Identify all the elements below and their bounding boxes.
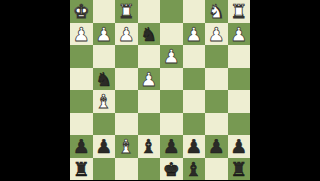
square-h3[interactable] <box>70 45 93 68</box>
square-e4[interactable]: ♟ <box>138 68 161 91</box>
square-d1[interactable] <box>160 0 183 23</box>
square-h1[interactable]: ♚ <box>70 0 93 23</box>
square-h7[interactable]: ♟ <box>70 135 93 158</box>
square-b1[interactable]: ♞ <box>205 0 228 23</box>
square-a6[interactable] <box>228 113 251 136</box>
piece-white-rook[interactable]: ♜ <box>118 0 135 22</box>
square-b3[interactable] <box>205 45 228 68</box>
square-d4[interactable] <box>160 68 183 91</box>
square-f6[interactable] <box>115 113 138 136</box>
piece-white-pawn[interactable]: ♟ <box>73 23 90 45</box>
square-a8[interactable]: ♜ <box>228 158 251 181</box>
square-a3[interactable] <box>228 45 251 68</box>
piece-black-pawn[interactable]: ♟ <box>208 135 225 157</box>
square-h5[interactable] <box>70 90 93 113</box>
square-e5[interactable] <box>138 90 161 113</box>
piece-white-pawn[interactable]: ♟ <box>163 45 180 67</box>
square-b7[interactable]: ♟ <box>205 135 228 158</box>
piece-black-bishop[interactable]: ♝ <box>140 135 157 157</box>
piece-white-pawn[interactable]: ♟ <box>185 23 202 45</box>
square-e1[interactable] <box>138 0 161 23</box>
square-c5[interactable] <box>183 90 206 113</box>
letterbox-right <box>250 0 320 180</box>
square-e7[interactable]: ♝ <box>138 135 161 158</box>
chess-board: ♚♜♞♜♟♟♟♞♟♟♟♟♞♟♝♟♟♝♝♟♟♟♟♜♚♝♜ <box>70 0 250 180</box>
square-h8[interactable]: ♜ <box>70 158 93 181</box>
square-f7[interactable]: ♝ <box>115 135 138 158</box>
square-g7[interactable]: ♟ <box>93 135 116 158</box>
square-e8[interactable] <box>138 158 161 181</box>
piece-black-rook[interactable]: ♜ <box>230 158 247 180</box>
piece-black-pawn[interactable]: ♟ <box>185 135 202 157</box>
piece-black-pawn[interactable]: ♟ <box>230 135 247 157</box>
square-f2[interactable]: ♟ <box>115 23 138 46</box>
square-h4[interactable] <box>70 68 93 91</box>
square-d7[interactable]: ♟ <box>160 135 183 158</box>
square-c3[interactable] <box>183 45 206 68</box>
piece-black-pawn[interactable]: ♟ <box>95 135 112 157</box>
square-a1[interactable]: ♜ <box>228 0 251 23</box>
piece-white-pawn[interactable]: ♟ <box>208 23 225 45</box>
square-f5[interactable] <box>115 90 138 113</box>
square-a7[interactable]: ♟ <box>228 135 251 158</box>
square-a4[interactable] <box>228 68 251 91</box>
square-c8[interactable]: ♝ <box>183 158 206 181</box>
square-g8[interactable] <box>93 158 116 181</box>
piece-black-rook[interactable]: ♜ <box>73 158 90 180</box>
piece-black-pawn[interactable]: ♟ <box>163 135 180 157</box>
piece-white-king[interactable]: ♚ <box>73 0 90 22</box>
square-b2[interactable]: ♟ <box>205 23 228 46</box>
square-b5[interactable] <box>205 90 228 113</box>
piece-white-pawn[interactable]: ♟ <box>118 23 135 45</box>
piece-black-knight[interactable]: ♞ <box>95 68 112 90</box>
square-c4[interactable] <box>183 68 206 91</box>
square-e2[interactable]: ♞ <box>138 23 161 46</box>
square-d6[interactable] <box>160 113 183 136</box>
piece-white-pawn[interactable]: ♟ <box>140 68 157 90</box>
square-f3[interactable] <box>115 45 138 68</box>
square-g4[interactable]: ♞ <box>93 68 116 91</box>
piece-black-pawn[interactable]: ♟ <box>73 135 90 157</box>
piece-white-pawn[interactable]: ♟ <box>95 23 112 45</box>
piece-white-pawn[interactable]: ♟ <box>230 23 247 45</box>
square-f8[interactable] <box>115 158 138 181</box>
square-g5[interactable]: ♝ <box>93 90 116 113</box>
square-g3[interactable] <box>93 45 116 68</box>
square-d3[interactable]: ♟ <box>160 45 183 68</box>
square-h2[interactable]: ♟ <box>70 23 93 46</box>
square-g6[interactable] <box>93 113 116 136</box>
square-g2[interactable]: ♟ <box>93 23 116 46</box>
square-f1[interactable]: ♜ <box>115 0 138 23</box>
piece-white-bishop[interactable]: ♝ <box>118 135 135 157</box>
square-f4[interactable] <box>115 68 138 91</box>
square-d8[interactable]: ♚ <box>160 158 183 181</box>
piece-white-rook[interactable]: ♜ <box>230 0 247 22</box>
square-b8[interactable] <box>205 158 228 181</box>
square-d5[interactable] <box>160 90 183 113</box>
square-g1[interactable] <box>93 0 116 23</box>
square-c6[interactable] <box>183 113 206 136</box>
piece-black-bishop[interactable]: ♝ <box>185 158 202 180</box>
square-a2[interactable]: ♟ <box>228 23 251 46</box>
square-c1[interactable] <box>183 0 206 23</box>
square-d2[interactable] <box>160 23 183 46</box>
piece-black-knight[interactable]: ♞ <box>140 23 157 45</box>
piece-white-knight[interactable]: ♞ <box>208 0 225 22</box>
letterbox-left <box>0 0 70 180</box>
square-e3[interactable] <box>138 45 161 68</box>
square-b4[interactable] <box>205 68 228 91</box>
screenshot-root: ♚♜♞♜♟♟♟♞♟♟♟♟♞♟♝♟♟♝♝♟♟♟♟♜♚♝♜ <box>0 0 320 180</box>
square-h6[interactable] <box>70 113 93 136</box>
square-e6[interactable] <box>138 113 161 136</box>
square-a5[interactable] <box>228 90 251 113</box>
square-c7[interactable]: ♟ <box>183 135 206 158</box>
piece-black-king[interactable]: ♚ <box>163 158 180 180</box>
square-c2[interactable]: ♟ <box>183 23 206 46</box>
square-b6[interactable] <box>205 113 228 136</box>
piece-white-bishop[interactable]: ♝ <box>95 90 112 112</box>
